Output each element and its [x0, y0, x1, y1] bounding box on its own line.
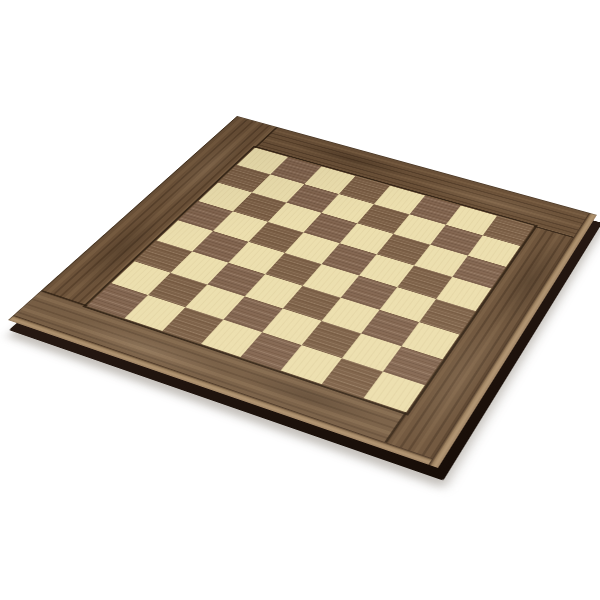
photo-background: [0, 0, 600, 600]
chessboard: [8, 116, 597, 468]
board-face: [8, 116, 597, 468]
